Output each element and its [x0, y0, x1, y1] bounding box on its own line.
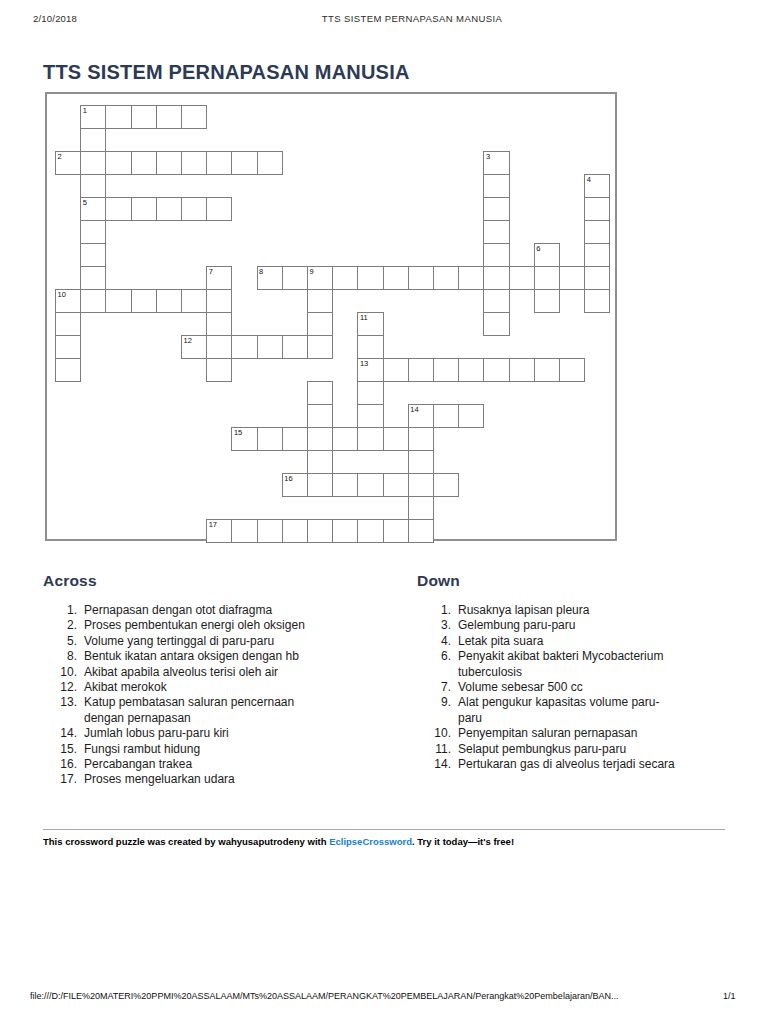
cell-number: 17 — [209, 521, 217, 529]
grid-cell — [584, 266, 610, 290]
grid-cell — [433, 473, 459, 497]
grid-cell — [433, 404, 459, 428]
clue-text: Pernapasan dengan otot diafragma — [84, 603, 272, 618]
clue-text: Alat pengukur kapasitas volume paru-paru — [458, 695, 659, 726]
grid-cell — [383, 519, 409, 543]
grid-cell — [332, 473, 358, 497]
grid-cell — [332, 427, 358, 451]
grid-cell — [534, 289, 560, 313]
grid-cell — [534, 266, 560, 290]
cell-number: 16 — [284, 475, 292, 483]
grid-cell — [357, 335, 383, 359]
grid-cell: 11 — [357, 312, 383, 336]
grid-cell — [307, 312, 333, 336]
grid-cell — [282, 335, 308, 359]
grid-cell — [383, 266, 409, 290]
grid-cell — [483, 266, 509, 290]
cell-number: 3 — [486, 153, 490, 161]
clue-item: 6.Penyakit akibat bakteri Mycobacteriumt… — [417, 649, 768, 680]
clue-number: 14. — [43, 726, 77, 741]
footer-credit-suffix: . Try it today—it's free! — [412, 836, 514, 847]
clue-item: 7.Volume sebesar 500 cc — [417, 680, 768, 695]
clue-text: Penyempitan saluran pernapasan — [458, 726, 637, 741]
grid-cell — [357, 473, 383, 497]
cell-number: 6 — [536, 245, 540, 253]
grid-cell — [584, 289, 610, 313]
grid-cell: 6 — [534, 243, 560, 267]
grid-cell — [181, 151, 207, 175]
header-document-title: TTS SISTEM PERNAPASAN MANUSIA — [56, 13, 768, 24]
grid-cell — [282, 519, 308, 543]
grid-cell — [55, 312, 81, 336]
grid-cell — [282, 266, 308, 290]
clue-number: 10. — [43, 665, 77, 680]
clue-number: 3. — [417, 618, 451, 633]
cell-number: 14 — [410, 406, 418, 414]
clue-item: 5.Volume yang tertinggal di paru-paru — [43, 634, 395, 649]
across-clue-list: 1.Pernapasan dengan otot diafragma2.Pros… — [43, 603, 395, 788]
grid-cell — [307, 450, 333, 474]
footer-credit-text: This crossword puzzle was created by wah… — [43, 836, 329, 847]
grid-cell — [357, 266, 383, 290]
grid-cell — [408, 266, 434, 290]
grid-cell — [584, 220, 610, 244]
grid-cell — [458, 266, 484, 290]
grid-cell: 14 — [408, 404, 434, 428]
clue-number: 13. — [43, 695, 77, 710]
clue-item: 1.Rusaknya lapisan pleura — [417, 603, 768, 618]
grid-cell — [332, 519, 358, 543]
grid-cell — [206, 289, 232, 313]
clue-item: 14.Pertukaran gas di alveolus terjadi se… — [417, 757, 768, 772]
clue-number: 5. — [43, 634, 77, 649]
grid-cell — [408, 496, 434, 520]
grid-cell — [408, 358, 434, 382]
page-number: 1/1 — [723, 991, 736, 1001]
grid-cell — [357, 427, 383, 451]
cell-number: 11 — [360, 314, 368, 322]
grid-cell — [181, 197, 207, 221]
clue-text: Fungsi rambut hidung — [84, 742, 200, 757]
clue-text: Letak pita suara — [458, 634, 543, 649]
clue-item: 3.Gelembung paru-paru — [417, 618, 768, 633]
down-clue-list: 1.Rusaknya lapisan pleura3.Gelembung par… — [417, 603, 768, 772]
clue-text: Gelembung paru-paru — [458, 618, 575, 633]
grid-cell — [231, 519, 257, 543]
clue-text: Penyakit akibat bakteri Mycobacteriumtub… — [458, 649, 663, 680]
grid-cell — [408, 473, 434, 497]
grid-cell — [80, 128, 106, 152]
grid-cell: 7 — [206, 266, 232, 290]
cell-number: 10 — [58, 291, 66, 299]
cell-number: 13 — [360, 360, 368, 368]
grid-cell: 8 — [257, 266, 283, 290]
clue-number: 12. — [43, 680, 77, 695]
clue-text: Proses mengeluarkan udara — [84, 772, 235, 787]
across-heading: Across — [43, 572, 395, 590]
grid-cell: 13 — [357, 358, 383, 382]
clue-text: Percabangan trakea — [84, 757, 192, 772]
clue-item: 9.Alat pengukur kapasitas volume paru-pa… — [417, 695, 768, 726]
grid-cell — [131, 105, 157, 129]
grid-cell — [357, 381, 383, 405]
clue-item: 2.Proses pembentukan energi oleh oksigen — [43, 618, 395, 633]
cell-number: 4 — [587, 176, 591, 184]
grid-cell — [307, 427, 333, 451]
grid-cell — [131, 289, 157, 313]
grid-cell — [181, 289, 207, 313]
grid-cell — [257, 427, 283, 451]
grid-cell — [559, 358, 585, 382]
grid-cell — [458, 404, 484, 428]
grid-cell — [80, 174, 106, 198]
grid-cell — [383, 358, 409, 382]
grid-cell — [105, 289, 131, 313]
browser-file-path: file:///D:/FILE%20MATERI%20PPMI%20ASSALA… — [30, 991, 618, 1001]
grid-cell — [206, 358, 232, 382]
grid-cell — [206, 335, 232, 359]
grid-cell — [307, 519, 333, 543]
grid-cell — [80, 151, 106, 175]
grid-cell — [105, 105, 131, 129]
grid-cell — [307, 404, 333, 428]
clue-number: 16. — [43, 757, 77, 772]
clue-item: 14.Jumlah lobus paru-paru kiri — [43, 726, 395, 741]
grid-cell — [483, 243, 509, 267]
clue-number: 9. — [417, 695, 451, 710]
grid-cell — [534, 358, 560, 382]
clue-item: 8.Bentuk ikatan antara oksigen dengan hb — [43, 649, 395, 664]
clue-number: 8. — [43, 649, 77, 664]
cell-number: 5 — [83, 199, 87, 207]
grid-cell: 15 — [231, 427, 257, 451]
grid-cell — [231, 335, 257, 359]
grid-cell — [559, 266, 585, 290]
clue-item: 15.Fungsi rambut hidung — [43, 742, 395, 757]
grid-cell — [307, 289, 333, 313]
clue-text: Akibat apabila alveolus terisi oleh air — [84, 665, 278, 680]
grid-cell: 9 — [307, 266, 333, 290]
grid-cell — [483, 358, 509, 382]
clue-number: 7. — [417, 680, 451, 695]
grid-cell: 16 — [282, 473, 308, 497]
grid-cell — [80, 266, 106, 290]
clue-item: 10.Akibat apabila alveolus terisi oleh a… — [43, 665, 395, 680]
clue-item: 17.Proses mengeluarkan udara — [43, 772, 395, 787]
clue-text: Jumlah lobus paru-paru kiri — [84, 726, 229, 741]
grid-cell — [584, 243, 610, 267]
grid-cell — [357, 519, 383, 543]
grid-cell — [282, 427, 308, 451]
grid-cell — [408, 427, 434, 451]
grid-cell — [80, 289, 106, 313]
cell-number: 1 — [83, 107, 87, 115]
grid-cell — [181, 105, 207, 129]
grid-cell — [80, 243, 106, 267]
clue-item: 13.Katup pembatasan saluran pencernaande… — [43, 695, 395, 726]
grid-cell: 2 — [55, 151, 81, 175]
grid-cell — [433, 358, 459, 382]
grid-cell — [433, 266, 459, 290]
grid-cell — [156, 151, 182, 175]
grid-cell — [584, 197, 610, 221]
grid-cell — [383, 473, 409, 497]
grid-cell: 4 — [584, 174, 610, 198]
grid-cell — [156, 197, 182, 221]
grid-cell — [105, 151, 131, 175]
clue-text: Rusaknya lapisan pleura — [458, 603, 589, 618]
clue-text: Katup pembatasan saluran pencernaandenga… — [84, 695, 294, 726]
clue-number: 14. — [417, 757, 451, 772]
grid-cell — [206, 151, 232, 175]
eclipsecrossword-link[interactable]: EclipseCrossword — [329, 836, 412, 847]
clue-text: Volume sebesar 500 cc — [458, 680, 583, 695]
clue-number: 6. — [417, 649, 451, 664]
grid-cell — [131, 197, 157, 221]
grid-cell: 10 — [55, 289, 81, 313]
grid-cell — [458, 358, 484, 382]
footer-credit: This crossword puzzle was created by wah… — [43, 836, 514, 847]
clue-number: 2. — [43, 618, 77, 633]
cell-number: 15 — [234, 429, 242, 437]
cell-number: 8 — [259, 268, 263, 276]
down-heading: Down — [417, 572, 768, 590]
grid-cell — [206, 197, 232, 221]
cell-number: 7 — [209, 268, 213, 276]
grid-cell — [55, 358, 81, 382]
clue-item: 16.Percabangan trakea — [43, 757, 395, 772]
grid-cell — [156, 105, 182, 129]
clue-number: 11. — [417, 742, 451, 757]
grid-cell — [55, 335, 81, 359]
grid-cell — [483, 197, 509, 221]
clue-item: 11.Selaput pembungkus paru-paru — [417, 742, 768, 757]
grid-cell — [509, 266, 535, 290]
clue-number: 1. — [43, 603, 77, 618]
clue-text: Proses pembentukan energi oleh oksigen — [84, 618, 305, 633]
grid-cell — [332, 266, 358, 290]
clue-text: Akibat merokok — [84, 680, 167, 695]
clue-text: Selaput pembungkus paru-paru — [458, 742, 626, 757]
clue-number: 10. — [417, 726, 451, 741]
clue-text: Pertukaran gas di alveolus terjadi secar… — [458, 757, 675, 772]
clue-text: Volume yang tertinggal di paru-paru — [84, 634, 274, 649]
grid-cell — [206, 312, 232, 336]
clue-item: 10.Penyempitan saluran pernapasan — [417, 726, 768, 741]
grid-cell — [307, 381, 333, 405]
grid-cell — [483, 312, 509, 336]
grid-cell — [509, 358, 535, 382]
grid-cell — [257, 335, 283, 359]
grid-cell — [307, 335, 333, 359]
clue-number: 1. — [417, 603, 451, 618]
grid-cell: 3 — [483, 151, 509, 175]
grid-cell: 5 — [80, 197, 106, 221]
grid-cell: 12 — [181, 335, 207, 359]
grid-cell — [231, 151, 257, 175]
grid-cell: 1 — [80, 105, 106, 129]
clue-item: 4.Letak pita suara — [417, 634, 768, 649]
grid-cell — [408, 450, 434, 474]
grid-cell — [80, 220, 106, 244]
clue-number: 17. — [43, 772, 77, 787]
grid-cell: 17 — [206, 519, 232, 543]
grid-cell — [257, 519, 283, 543]
clue-text: Bentuk ikatan antara oksigen dengan hb — [84, 649, 299, 664]
cell-number: 2 — [58, 153, 62, 161]
grid-cell — [383, 427, 409, 451]
across-clues-section: Across 1.Pernapasan dengan otot diafragm… — [43, 572, 395, 788]
down-clues-section: Down 1.Rusaknya lapisan pleura3.Gelembun… — [417, 572, 768, 772]
cell-number: 9 — [310, 268, 314, 276]
clue-item: 12.Akibat merokok — [43, 680, 395, 695]
grid-cell — [483, 174, 509, 198]
grid-cell — [408, 519, 434, 543]
cell-number: 12 — [184, 337, 192, 345]
crossword-grid: 1234567891011121314151617 — [45, 92, 617, 541]
grid-cell — [105, 197, 131, 221]
clue-number: 4. — [417, 634, 451, 649]
grid-cell — [483, 289, 509, 313]
grid-cell — [257, 151, 283, 175]
clue-number: 15. — [43, 742, 77, 757]
clue-item: 1.Pernapasan dengan otot diafragma — [43, 603, 395, 618]
footer-divider — [43, 829, 725, 830]
grid-cell — [483, 220, 509, 244]
page-title: TTS SISTEM PERNAPASAN MANUSIA — [43, 61, 410, 84]
grid-cell — [131, 151, 157, 175]
grid-cell — [307, 473, 333, 497]
grid-cell — [156, 289, 182, 313]
grid-cell — [357, 404, 383, 428]
